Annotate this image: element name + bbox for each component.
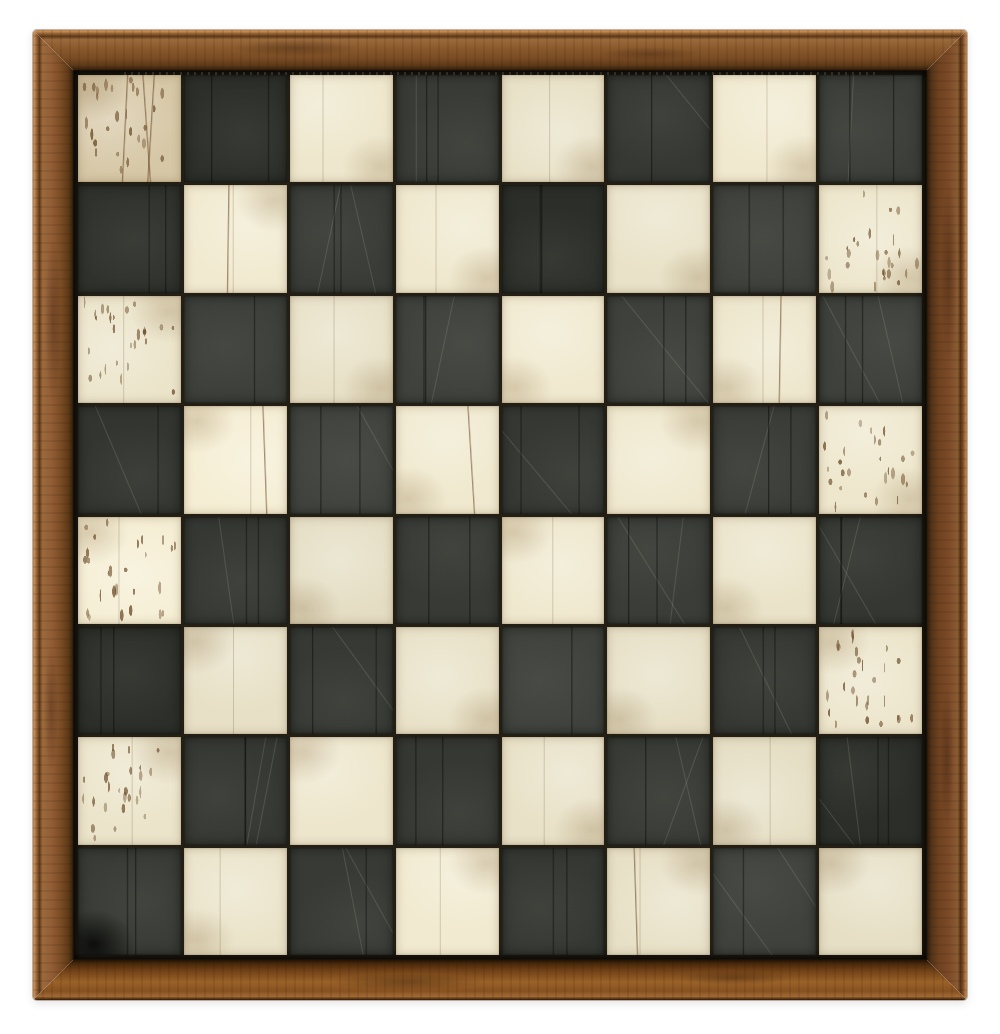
- square-h2[interactable]: [819, 737, 922, 844]
- square-a1[interactable]: [78, 848, 181, 955]
- square-b5[interactable]: [184, 406, 287, 513]
- square-b1[interactable]: [184, 848, 287, 955]
- square-g4[interactable]: [713, 517, 816, 624]
- square-f2[interactable]: [607, 737, 710, 844]
- square-h5[interactable]: [819, 406, 922, 513]
- square-b6[interactable]: [184, 296, 287, 403]
- frame-edge-right: [927, 30, 967, 1000]
- square-f4[interactable]: [607, 517, 710, 624]
- square-h6[interactable]: [819, 296, 922, 403]
- square-e5[interactable]: [502, 406, 605, 513]
- square-d4[interactable]: [396, 517, 499, 624]
- square-f7[interactable]: [607, 185, 710, 292]
- square-c2[interactable]: [290, 737, 393, 844]
- square-d5[interactable]: [396, 406, 499, 513]
- square-g7[interactable]: [713, 185, 816, 292]
- square-e1[interactable]: [502, 848, 605, 955]
- square-e2[interactable]: [502, 737, 605, 844]
- square-f5[interactable]: [607, 406, 710, 513]
- square-c1[interactable]: [290, 848, 393, 955]
- board-surface: [73, 70, 927, 960]
- square-d6[interactable]: [396, 296, 499, 403]
- square-g5[interactable]: [713, 406, 816, 513]
- square-a6[interactable]: [78, 296, 181, 403]
- square-f6[interactable]: [607, 296, 710, 403]
- square-e6[interactable]: [502, 296, 605, 403]
- frame-edge-top: [33, 30, 967, 70]
- square-c5[interactable]: [290, 406, 393, 513]
- square-h3[interactable]: [819, 627, 922, 734]
- board-frame: [33, 30, 967, 1000]
- square-a8[interactable]: [78, 75, 181, 182]
- square-g3[interactable]: [713, 627, 816, 734]
- square-f1[interactable]: [607, 848, 710, 955]
- board-photo: [0, 0, 1000, 1034]
- square-a2[interactable]: [78, 737, 181, 844]
- square-g1[interactable]: [713, 848, 816, 955]
- square-h8[interactable]: [819, 75, 922, 182]
- square-a3[interactable]: [78, 627, 181, 734]
- square-b2[interactable]: [184, 737, 287, 844]
- square-c3[interactable]: [290, 627, 393, 734]
- square-b3[interactable]: [184, 627, 287, 734]
- square-f8[interactable]: [607, 75, 710, 182]
- square-d1[interactable]: [396, 848, 499, 955]
- square-d2[interactable]: [396, 737, 499, 844]
- square-e4[interactable]: [502, 517, 605, 624]
- square-g2[interactable]: [713, 737, 816, 844]
- square-h4[interactable]: [819, 517, 922, 624]
- square-c8[interactable]: [290, 75, 393, 182]
- square-c4[interactable]: [290, 517, 393, 624]
- square-b7[interactable]: [184, 185, 287, 292]
- square-b8[interactable]: [184, 75, 287, 182]
- square-e7[interactable]: [502, 185, 605, 292]
- square-h1[interactable]: [819, 848, 922, 955]
- square-g6[interactable]: [713, 296, 816, 403]
- frame-edge-bottom: [33, 960, 967, 1000]
- square-d8[interactable]: [396, 75, 499, 182]
- frame-edge-left: [33, 30, 73, 1000]
- square-c7[interactable]: [290, 185, 393, 292]
- square-a4[interactable]: [78, 517, 181, 624]
- chessboard: [78, 75, 922, 955]
- square-h7[interactable]: [819, 185, 922, 292]
- square-d3[interactable]: [396, 627, 499, 734]
- square-e8[interactable]: [502, 75, 605, 182]
- square-a7[interactable]: [78, 185, 181, 292]
- square-d7[interactable]: [396, 185, 499, 292]
- square-f3[interactable]: [607, 627, 710, 734]
- square-e3[interactable]: [502, 627, 605, 734]
- square-c6[interactable]: [290, 296, 393, 403]
- square-g8[interactable]: [713, 75, 816, 182]
- square-a5[interactable]: [78, 406, 181, 513]
- square-b4[interactable]: [184, 517, 287, 624]
